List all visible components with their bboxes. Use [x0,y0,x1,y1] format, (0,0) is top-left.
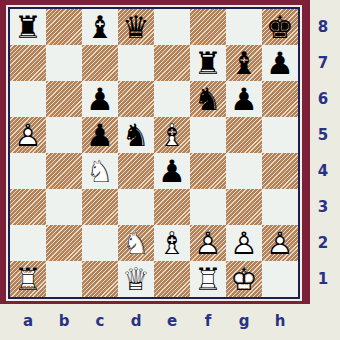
rank-label-8: 8 [308,9,338,45]
square-d4[interactable] [118,153,154,189]
piece-black-rook[interactable]: ♜ [190,45,226,81]
square-g2[interactable]: ♟♙ [226,225,262,261]
rank-label-2: 2 [308,225,338,261]
rank-labels: 87654321 [308,9,338,297]
piece-white-bishop[interactable]: ♗ [154,225,190,261]
square-g7[interactable]: ♝ [226,45,262,81]
square-f8[interactable] [190,9,226,45]
piece-black-bishop[interactable]: ♝ [226,45,262,81]
square-a7[interactable] [10,45,46,81]
square-a2[interactable] [10,225,46,261]
piece-white-knight[interactable]: ♘ [118,225,154,261]
piece-white-queen[interactable]: ♕ [118,261,154,297]
square-b3[interactable] [46,189,82,225]
piece-white-rook[interactable]: ♖ [10,261,46,297]
square-a5[interactable]: ♟♙ [10,117,46,153]
file-label-c: c [82,306,118,336]
square-h7[interactable]: ♟ [262,45,298,81]
square-g1[interactable]: ♚♔ [226,261,262,297]
square-h3[interactable] [262,189,298,225]
square-g8[interactable] [226,9,262,45]
square-f2[interactable]: ♟♙ [190,225,226,261]
rank-label-1: 1 [308,261,338,297]
square-f6[interactable]: ♞ [190,81,226,117]
square-f7[interactable]: ♜ [190,45,226,81]
piece-black-pawn[interactable]: ♟ [154,153,190,189]
piece-black-knight[interactable]: ♞ [190,81,226,117]
piece-white-rook[interactable]: ♖ [190,261,226,297]
square-b8[interactable] [46,9,82,45]
square-c8[interactable]: ♝ [82,9,118,45]
square-g5[interactable] [226,117,262,153]
square-c4[interactable]: ♞♘ [82,153,118,189]
square-d5[interactable]: ♞ [118,117,154,153]
square-f1[interactable]: ♜♖ [190,261,226,297]
piece-black-bishop[interactable]: ♝ [82,9,118,45]
square-d8[interactable]: ♛ [118,9,154,45]
square-h6[interactable] [262,81,298,117]
piece-white-pawn[interactable]: ♙ [10,117,46,153]
file-label-d: d [118,306,154,336]
piece-black-pawn[interactable]: ♟ [226,81,262,117]
square-g6[interactable]: ♟ [226,81,262,117]
square-a1[interactable]: ♜♖ [10,261,46,297]
square-e6[interactable] [154,81,190,117]
piece-black-pawn[interactable]: ♟ [82,117,118,153]
square-a4[interactable] [10,153,46,189]
square-c2[interactable] [82,225,118,261]
square-h8[interactable]: ♚ [262,9,298,45]
file-label-h: h [262,306,298,336]
rank-label-6: 6 [308,81,338,117]
square-h4[interactable] [262,153,298,189]
piece-white-bishop[interactable]: ♗ [154,117,190,153]
square-c3[interactable] [82,189,118,225]
square-e1[interactable] [154,261,190,297]
rank-label-4: 4 [308,153,338,189]
file-label-b: b [46,306,82,336]
file-label-f: f [190,306,226,336]
square-f3[interactable] [190,189,226,225]
square-b1[interactable] [46,261,82,297]
square-b6[interactable] [46,81,82,117]
square-h1[interactable] [262,261,298,297]
piece-white-king[interactable]: ♔ [226,261,262,297]
square-d7[interactable] [118,45,154,81]
piece-white-knight[interactable]: ♘ [82,153,118,189]
piece-black-rook[interactable]: ♜ [10,9,46,45]
square-d6[interactable] [118,81,154,117]
square-g4[interactable] [226,153,262,189]
piece-black-pawn[interactable]: ♟ [82,81,118,117]
piece-white-pawn[interactable]: ♙ [262,225,298,261]
square-e5[interactable]: ♝♗ [154,117,190,153]
square-b2[interactable] [46,225,82,261]
square-d2[interactable]: ♞♘ [118,225,154,261]
square-h2[interactable]: ♟♙ [262,225,298,261]
file-label-g: g [226,306,262,336]
file-labels: abcdefgh [10,306,298,336]
square-c1[interactable] [82,261,118,297]
square-f5[interactable] [190,117,226,153]
square-e3[interactable] [154,189,190,225]
square-e8[interactable] [154,9,190,45]
square-c5[interactable]: ♟ [82,117,118,153]
square-c6[interactable]: ♟ [82,81,118,117]
file-label-e: e [154,306,190,336]
piece-black-queen[interactable]: ♛ [118,9,154,45]
chess-diagram: ♜♝♛♚♜♝♟♟♞♟♟♙♟♞♝♗♞♘♟♞♘♝♗♟♙♟♙♟♙♜♖♛♕♜♖♚♔ ab… [0,0,340,340]
square-c7[interactable] [82,45,118,81]
rank-label-5: 5 [308,117,338,153]
square-e2[interactable]: ♝♗ [154,225,190,261]
rank-label-7: 7 [308,45,338,81]
square-d1[interactable]: ♛♕ [118,261,154,297]
square-g3[interactable] [226,189,262,225]
square-b4[interactable] [46,153,82,189]
piece-white-pawn[interactable]: ♙ [226,225,262,261]
square-a3[interactable] [10,189,46,225]
square-e7[interactable] [154,45,190,81]
square-h5[interactable] [262,117,298,153]
square-b5[interactable] [46,117,82,153]
piece-black-king[interactable]: ♚ [262,9,298,45]
piece-black-knight[interactable]: ♞ [118,117,154,153]
square-d3[interactable] [118,189,154,225]
square-e4[interactable]: ♟ [154,153,190,189]
square-a8[interactable]: ♜ [10,9,46,45]
piece-black-pawn[interactable]: ♟ [262,45,298,81]
square-a6[interactable] [10,81,46,117]
piece-white-pawn[interactable]: ♙ [190,225,226,261]
file-label-a: a [10,306,46,336]
board-border: ♜♝♛♚♜♝♟♟♞♟♟♙♟♞♝♗♞♘♟♞♘♝♗♟♙♟♙♟♙♜♖♛♕♜♖♚♔ [8,7,300,299]
rank-label-3: 3 [308,189,338,225]
chess-board: ♜♝♛♚♜♝♟♟♞♟♟♙♟♞♝♗♞♘♟♞♘♝♗♟♙♟♙♟♙♜♖♛♕♜♖♚♔ [10,9,298,297]
square-b7[interactable] [46,45,82,81]
square-f4[interactable] [190,153,226,189]
